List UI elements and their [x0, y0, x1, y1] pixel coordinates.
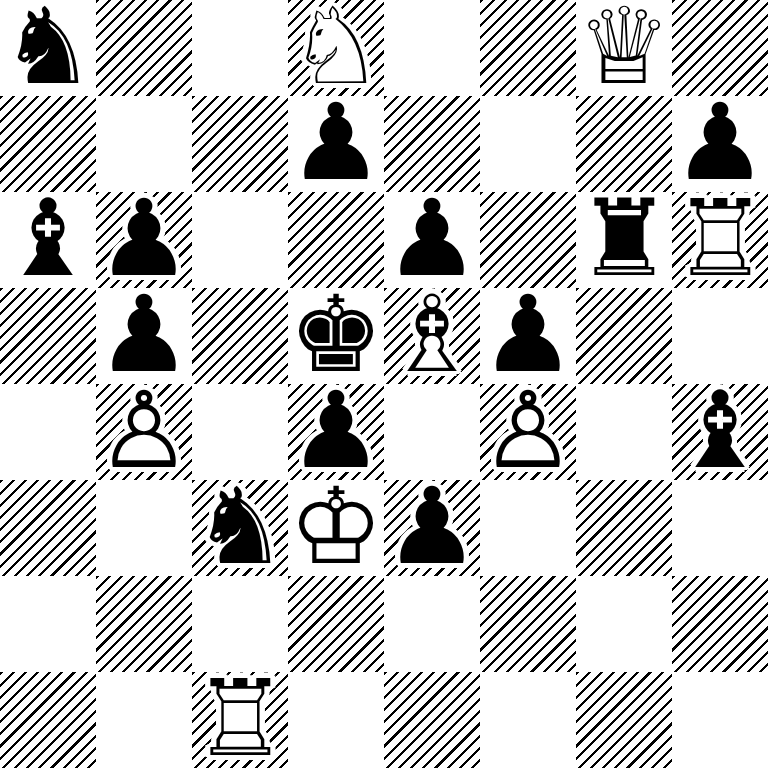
square-d1[interactable] [288, 672, 384, 768]
square-f8[interactable] [480, 0, 576, 96]
square-h5[interactable] [672, 288, 768, 384]
piece-black-pawn: ♟ [96, 288, 192, 384]
square-h3[interactable] [672, 480, 768, 576]
square-a4[interactable] [0, 384, 96, 480]
square-e7[interactable] [384, 96, 480, 192]
piece-white-pawn: ♟♙ [480, 384, 576, 480]
piece-white-bishop: ♝♗ [384, 288, 480, 384]
white-bishop-icon: ♝ [384, 288, 480, 384]
square-a3[interactable] [0, 480, 96, 576]
square-g3[interactable] [576, 480, 672, 576]
white-knight-outline-icon: ♘ [288, 0, 384, 96]
square-b1[interactable] [96, 672, 192, 768]
piece-black-pawn: ♟ [672, 96, 768, 192]
square-b4[interactable]: ♟♙ [96, 384, 192, 480]
piece-black-pawn: ♟ [288, 96, 384, 192]
square-c7[interactable] [192, 96, 288, 192]
square-c6[interactable] [192, 192, 288, 288]
square-c4[interactable] [192, 384, 288, 480]
square-b6[interactable]: ♟ [96, 192, 192, 288]
black-bishop-icon: ♝ [672, 384, 768, 480]
black-pawn-icon: ♟ [384, 480, 480, 576]
square-f5[interactable]: ♟ [480, 288, 576, 384]
square-d6[interactable] [288, 192, 384, 288]
piece-black-pawn: ♟ [96, 192, 192, 288]
black-pawn-icon: ♟ [672, 96, 768, 192]
square-b7[interactable] [96, 96, 192, 192]
piece-black-king: ♚ [288, 288, 384, 384]
square-c3[interactable]: ♞ [192, 480, 288, 576]
black-knight-icon: ♞ [0, 0, 96, 96]
piece-black-knight: ♞ [0, 0, 96, 96]
white-rook-outline-icon: ♖ [192, 672, 288, 768]
square-c2[interactable] [192, 576, 288, 672]
white-rook-outline-icon: ♖ [672, 192, 768, 288]
piece-black-knight: ♞ [192, 480, 288, 576]
piece-black-pawn: ♟ [384, 192, 480, 288]
white-queen-outline-icon: ♕ [576, 0, 672, 96]
square-h4[interactable]: ♝ [672, 384, 768, 480]
square-e3[interactable]: ♟ [384, 480, 480, 576]
piece-black-pawn: ♟ [384, 480, 480, 576]
piece-black-rook: ♜ [576, 192, 672, 288]
square-a5[interactable] [0, 288, 96, 384]
piece-black-pawn: ♟ [480, 288, 576, 384]
square-d3[interactable]: ♚♔ [288, 480, 384, 576]
black-pawn-icon: ♟ [96, 288, 192, 384]
square-h8[interactable] [672, 0, 768, 96]
piece-black-pawn: ♟ [288, 384, 384, 480]
square-g6[interactable]: ♜ [576, 192, 672, 288]
square-a2[interactable] [0, 576, 96, 672]
square-f4[interactable]: ♟♙ [480, 384, 576, 480]
square-h2[interactable] [672, 576, 768, 672]
square-f2[interactable] [480, 576, 576, 672]
piece-white-knight: ♞♘ [288, 0, 384, 96]
square-f1[interactable] [480, 672, 576, 768]
white-bishop-outline-icon: ♗ [384, 288, 480, 384]
square-a6[interactable]: ♝ [0, 192, 96, 288]
square-c8[interactable] [192, 0, 288, 96]
square-h7[interactable]: ♟ [672, 96, 768, 192]
piece-white-king: ♚♔ [288, 480, 384, 576]
square-d5[interactable]: ♚ [288, 288, 384, 384]
square-f6[interactable] [480, 192, 576, 288]
piece-white-rook: ♜♖ [672, 192, 768, 288]
piece-black-bishop: ♝ [0, 192, 96, 288]
black-pawn-icon: ♟ [480, 288, 576, 384]
square-d8[interactable]: ♞♘ [288, 0, 384, 96]
piece-white-rook: ♜♖ [192, 672, 288, 768]
square-b2[interactable] [96, 576, 192, 672]
black-pawn-icon: ♟ [96, 192, 192, 288]
black-pawn-icon: ♟ [288, 384, 384, 480]
square-e5[interactable]: ♝♗ [384, 288, 480, 384]
square-g2[interactable] [576, 576, 672, 672]
square-b8[interactable] [96, 0, 192, 96]
square-g7[interactable] [576, 96, 672, 192]
chess-board: ♞♞♘♛♕♟♟♝♟♟♜♜♖♟♚♝♗♟♟♙♟♟♙♝♞♚♔♟♜♖ [0, 0, 768, 768]
white-pawn-icon: ♟ [96, 384, 192, 480]
square-e4[interactable] [384, 384, 480, 480]
square-e1[interactable] [384, 672, 480, 768]
white-pawn-outline-icon: ♙ [480, 384, 576, 480]
white-king-outline-icon: ♔ [288, 480, 384, 576]
square-g8[interactable]: ♛♕ [576, 0, 672, 96]
black-king-icon: ♚ [288, 288, 384, 384]
square-e6[interactable]: ♟ [384, 192, 480, 288]
black-pawn-icon: ♟ [384, 192, 480, 288]
square-h1[interactable] [672, 672, 768, 768]
white-king-icon: ♚ [288, 480, 384, 576]
square-d4[interactable]: ♟ [288, 384, 384, 480]
square-b3[interactable] [96, 480, 192, 576]
square-d2[interactable] [288, 576, 384, 672]
square-a8[interactable]: ♞ [0, 0, 96, 96]
square-d7[interactable]: ♟ [288, 96, 384, 192]
square-g4[interactable] [576, 384, 672, 480]
square-e2[interactable] [384, 576, 480, 672]
white-pawn-icon: ♟ [480, 384, 576, 480]
piece-white-pawn: ♟♙ [96, 384, 192, 480]
black-pawn-icon: ♟ [288, 96, 384, 192]
black-knight-icon: ♞ [192, 480, 288, 576]
square-a1[interactable] [0, 672, 96, 768]
square-b5[interactable]: ♟ [96, 288, 192, 384]
white-knight-icon: ♞ [288, 0, 384, 96]
square-h6[interactable]: ♜♖ [672, 192, 768, 288]
square-c5[interactable] [192, 288, 288, 384]
square-a7[interactable] [0, 96, 96, 192]
white-queen-icon: ♛ [576, 0, 672, 96]
white-pawn-outline-icon: ♙ [96, 384, 192, 480]
black-rook-icon: ♜ [576, 192, 672, 288]
black-bishop-icon: ♝ [0, 192, 96, 288]
square-g1[interactable] [576, 672, 672, 768]
square-g5[interactable] [576, 288, 672, 384]
square-c1[interactable]: ♜♖ [192, 672, 288, 768]
white-rook-icon: ♜ [672, 192, 768, 288]
square-f7[interactable] [480, 96, 576, 192]
white-rook-icon: ♜ [192, 672, 288, 768]
piece-white-queen: ♛♕ [576, 0, 672, 96]
piece-black-bishop: ♝ [672, 384, 768, 480]
square-f3[interactable] [480, 480, 576, 576]
square-e8[interactable] [384, 0, 480, 96]
